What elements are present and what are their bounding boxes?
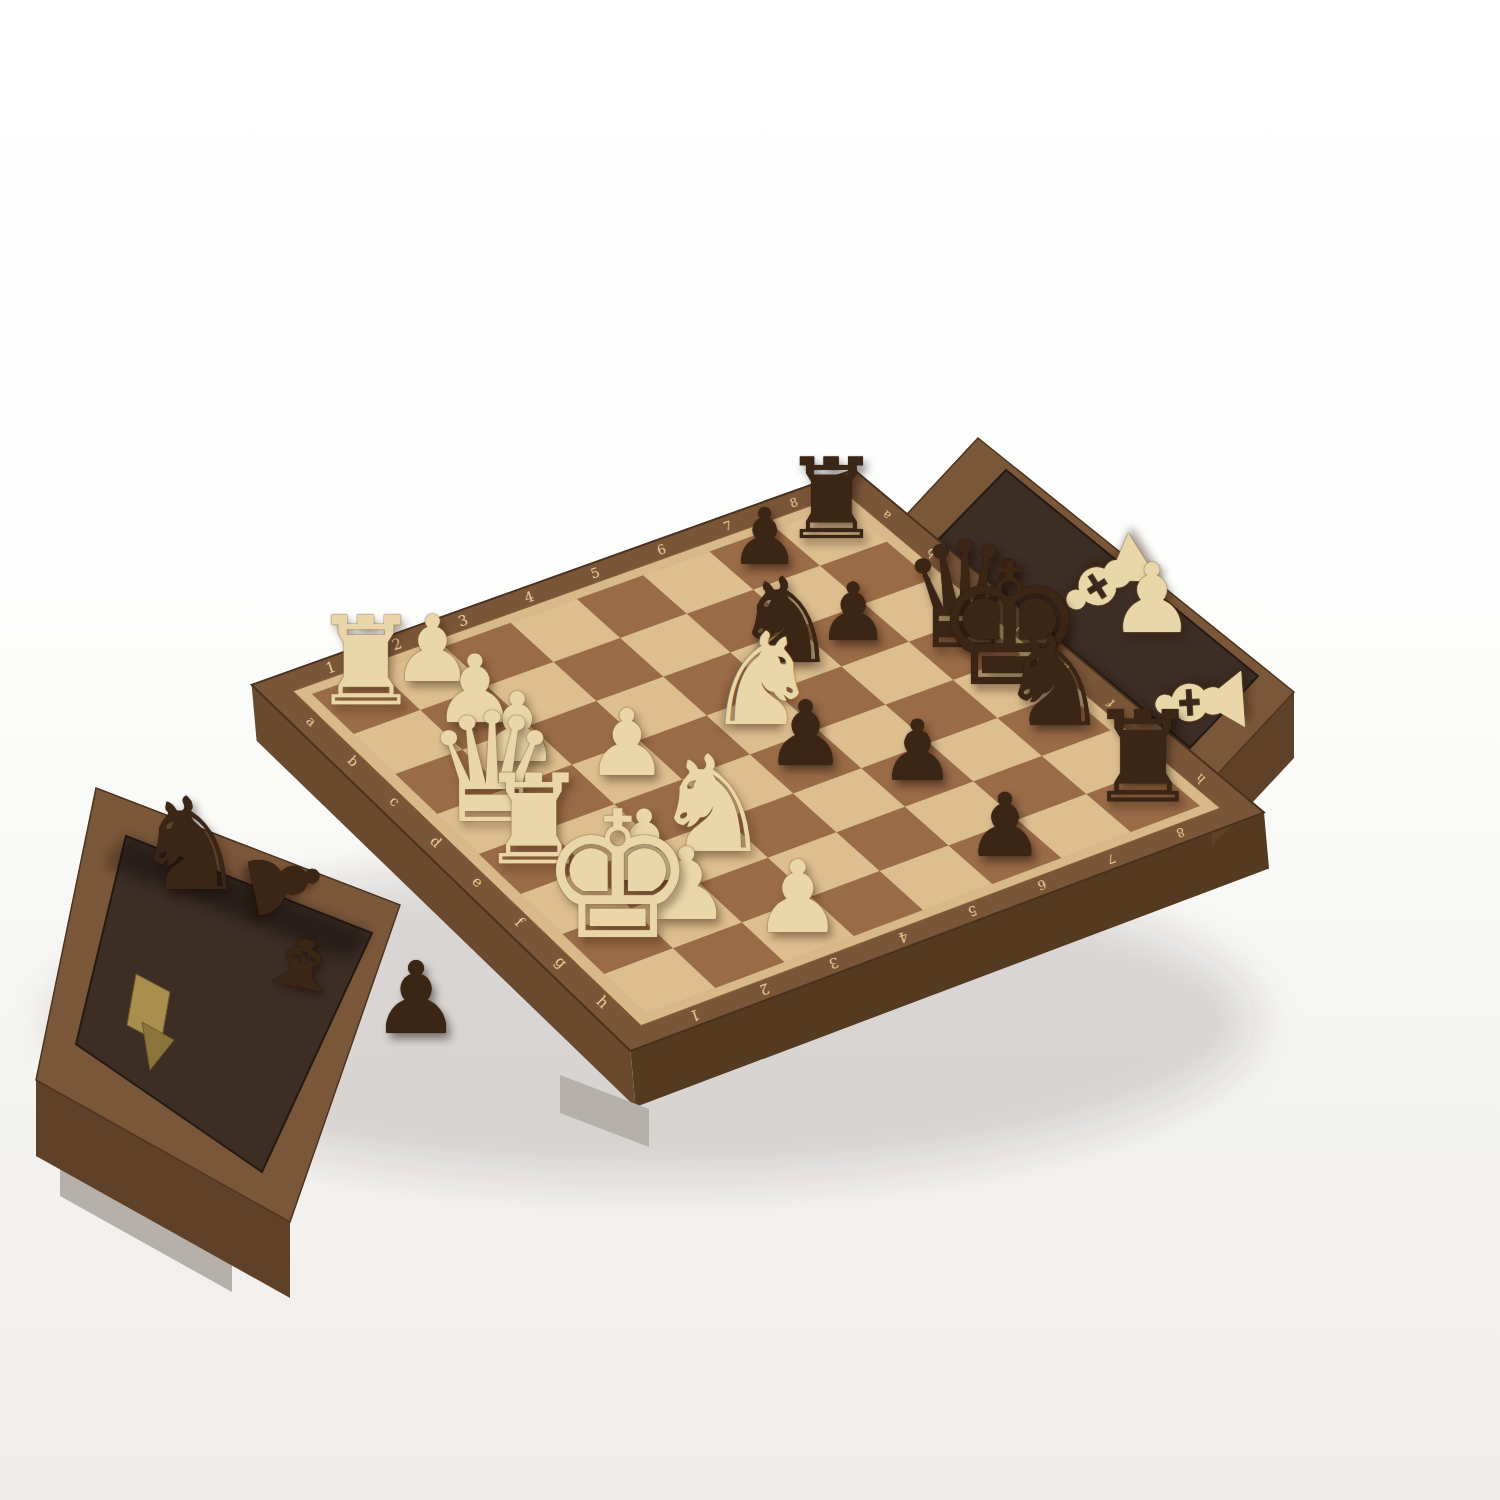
left-drawer bbox=[36, 788, 400, 1298]
chess-box-scene: 1aa12bb23cc34dd45ee56ff67gg78hh8 bbox=[0, 0, 1500, 1500]
product-photo-page: { "game": "chess", "scene_type": "wooden… bbox=[0, 0, 1500, 1500]
